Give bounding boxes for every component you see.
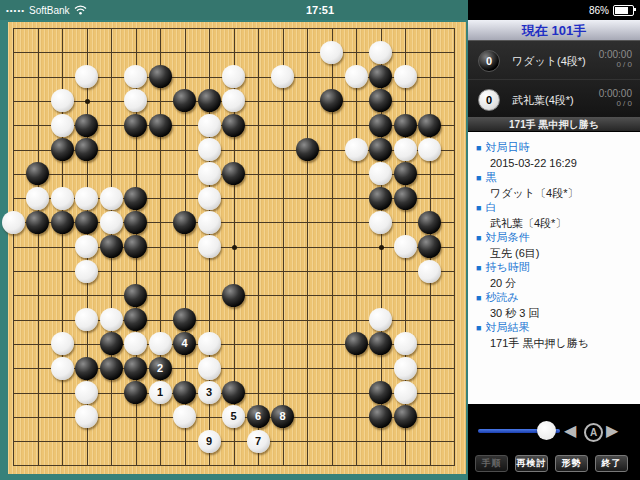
info-label: ■黒 <box>468 170 640 186</box>
star-point <box>85 99 90 104</box>
slider-thumb[interactable] <box>537 421 556 440</box>
stone-white <box>26 187 49 210</box>
info-label: ■対局条件 <box>468 230 640 246</box>
stone-black <box>394 405 417 428</box>
stone-black <box>173 211 196 234</box>
status-bar: ••••• SoftBank 17:51 86% <box>0 0 640 20</box>
black-player-periods: 0 / 0 <box>599 60 632 70</box>
grid-line <box>454 28 455 466</box>
stone-white <box>2 211 25 234</box>
signal-strength-icon: ••••• <box>6 6 25 15</box>
stone-black: 6 <box>247 405 270 428</box>
playback-controls: ◀ A ▶ 手順 再検討 形勢 終了 <box>468 404 640 480</box>
bullet-icon: ■ <box>476 143 481 153</box>
info-panel: 現在 101手 0 ワダット(4段*) 0:00:00 0 / 0 0 武礼葉(… <box>468 20 640 480</box>
grid-line <box>258 28 259 466</box>
stone-white <box>100 187 123 210</box>
bullet-icon: ■ <box>476 203 481 213</box>
stone-black <box>26 211 49 234</box>
stone-black <box>51 211 74 234</box>
bullet-icon: ■ <box>476 263 481 273</box>
info-value: ワダット〔4段*〕 <box>468 186 640 201</box>
stone-black <box>296 138 319 161</box>
stone-white <box>198 235 221 258</box>
move-slider[interactable] <box>478 429 560 433</box>
stone-black <box>26 162 49 185</box>
stone-white: 3 <box>198 381 221 404</box>
stone-white <box>51 187 74 210</box>
clock: 17:51 <box>0 0 640 20</box>
stone-white <box>173 405 196 428</box>
stone-white <box>369 211 392 234</box>
bullet-icon: ■ <box>476 233 481 243</box>
stone-black <box>100 332 123 355</box>
grid-line <box>283 28 284 466</box>
stone-black <box>173 381 196 404</box>
review-button[interactable]: 再検討 <box>515 455 548 472</box>
info-value: 武礼葉〔4段*〕 <box>468 216 640 231</box>
stone-black <box>100 235 123 258</box>
battery-percent: 86% <box>589 5 609 16</box>
stone-white: 7 <box>247 430 270 453</box>
stone-black <box>369 405 392 428</box>
exit-button[interactable]: 終了 <box>595 455 628 472</box>
stone-white <box>124 89 147 112</box>
app-screen: ••••• SoftBank 17:51 86% 421356897 現在 10… <box>0 0 640 480</box>
stone-black <box>222 114 245 137</box>
stone-black <box>320 89 343 112</box>
info-value: 30 秒 3 回 <box>468 306 640 321</box>
stone-black <box>124 187 147 210</box>
white-player-name: 武礼葉(4段*) <box>512 93 574 108</box>
stone-black <box>124 235 147 258</box>
stone-black <box>75 357 98 380</box>
result-bar: 171手 黒中押し勝ち <box>468 117 640 132</box>
white-player-time: 0:00:00 <box>599 88 632 99</box>
game-info-list: ■対局日時 2015-03-22 16:29 ■黒 ワダット〔4段*〕 ■白 武… <box>468 132 640 404</box>
stone-white <box>75 235 98 258</box>
bullet-icon: ■ <box>476 323 481 333</box>
stone-black <box>51 138 74 161</box>
black-player-name: ワダット(4段*) <box>512 54 586 69</box>
info-label: ■秒読み <box>468 290 640 306</box>
stone-black <box>369 89 392 112</box>
board-margin: 421356897 <box>0 20 468 480</box>
stone-white <box>320 41 343 64</box>
grid-line <box>307 28 308 466</box>
stone-black <box>418 211 441 234</box>
moves-list-button[interactable]: 手順 <box>475 455 508 472</box>
info-label: ■白 <box>468 200 640 216</box>
stone-black <box>345 332 368 355</box>
stone-white <box>51 357 74 380</box>
stone-white <box>198 332 221 355</box>
grid-line <box>356 28 357 466</box>
black-captures-badge: 0 <box>478 50 500 72</box>
stone-black <box>369 65 392 88</box>
stone-black <box>75 114 98 137</box>
info-label: ■対局日時 <box>468 140 640 156</box>
star-point <box>379 245 384 250</box>
stone-white <box>198 357 221 380</box>
stone-black <box>75 138 98 161</box>
stone-white <box>369 308 392 331</box>
stone-white <box>198 162 221 185</box>
stone-white <box>394 138 417 161</box>
stone-black <box>394 162 417 185</box>
stone-white <box>369 162 392 185</box>
stone-white <box>198 114 221 137</box>
stone-black: 4 <box>173 332 196 355</box>
stone-white <box>75 260 98 283</box>
auto-play-button[interactable]: A <box>584 423 603 442</box>
stone-black <box>369 332 392 355</box>
stone-black <box>369 187 392 210</box>
stone-white <box>75 381 98 404</box>
battery-icon <box>613 5 634 16</box>
stone-white <box>75 187 98 210</box>
stone-white <box>198 187 221 210</box>
stone-black <box>198 89 221 112</box>
stone-white <box>222 65 245 88</box>
stone-black <box>369 381 392 404</box>
stone-white <box>222 89 245 112</box>
player-row-black: 0 ワダット(4段*) 0:00:00 0 / 0 <box>468 41 640 79</box>
stone-black <box>124 211 147 234</box>
stone-white <box>394 235 417 258</box>
stone-white <box>75 308 98 331</box>
stone-white <box>75 65 98 88</box>
stone-white <box>198 138 221 161</box>
stone-black <box>149 65 172 88</box>
bullet-icon: ■ <box>476 173 481 183</box>
stone-white <box>394 357 417 380</box>
stone-white <box>345 138 368 161</box>
stone-black <box>124 357 147 380</box>
stone-white <box>418 138 441 161</box>
stone-white <box>100 308 123 331</box>
black-player-time: 0:00:00 <box>599 49 632 60</box>
info-label: ■持ち時間 <box>468 260 640 276</box>
stone-white <box>345 65 368 88</box>
info-value: 2015-03-22 16:29 <box>468 156 640 171</box>
stone-black <box>222 381 245 404</box>
stone-white <box>51 332 74 355</box>
score-estimate-button[interactable]: 形勢 <box>555 455 588 472</box>
stone-black <box>100 357 123 380</box>
stone-black <box>124 308 147 331</box>
carrier-label: SoftBank <box>29 5 70 16</box>
stone-black <box>222 284 245 307</box>
bullet-icon: ■ <box>476 293 481 303</box>
stone-black <box>369 114 392 137</box>
stone-white <box>75 405 98 428</box>
stone-black <box>173 308 196 331</box>
stone-white <box>394 65 417 88</box>
stone-black <box>173 89 196 112</box>
stone-white <box>394 332 417 355</box>
stone-white <box>124 65 147 88</box>
stone-white: 9 <box>198 430 221 453</box>
stone-white: 1 <box>149 381 172 404</box>
players-section: 0 ワダット(4段*) 0:00:00 0 / 0 0 武礼葉(4段*) 0:0… <box>468 41 640 117</box>
stone-white <box>100 211 123 234</box>
info-value: 互先 (6目) <box>468 246 640 261</box>
stone-black <box>394 114 417 137</box>
info-value: 171手 黒中押し勝ち <box>468 336 640 351</box>
stone-white <box>394 381 417 404</box>
stone-white: 5 <box>222 405 245 428</box>
stone-white <box>198 211 221 234</box>
move-counter-header: 現在 101手 <box>468 20 640 41</box>
grid-line <box>13 441 455 442</box>
wifi-icon <box>74 5 87 15</box>
stone-white <box>149 332 172 355</box>
stone-black <box>124 284 147 307</box>
stone-black <box>418 235 441 258</box>
stone-white <box>369 41 392 64</box>
info-value: 20 分 <box>468 276 640 291</box>
stone-black <box>149 114 172 137</box>
stone-black: 2 <box>149 357 172 380</box>
white-player-periods: 0 / 0 <box>599 99 632 109</box>
stone-black: 8 <box>271 405 294 428</box>
stone-white <box>418 260 441 283</box>
white-captures-badge: 0 <box>478 89 500 111</box>
grid-line <box>13 465 455 466</box>
star-point <box>232 245 237 250</box>
stone-black <box>418 114 441 137</box>
stone-white <box>124 332 147 355</box>
stone-white <box>51 89 74 112</box>
stone-black <box>75 211 98 234</box>
info-label: ■対局結果 <box>468 320 640 336</box>
stone-white <box>271 65 294 88</box>
stone-black <box>124 114 147 137</box>
player-row-white: 0 武礼葉(4段*) 0:00:00 0 / 0 <box>468 79 640 118</box>
go-board[interactable]: 421356897 <box>8 22 466 474</box>
stone-black <box>124 381 147 404</box>
stone-black <box>369 138 392 161</box>
stone-black <box>222 162 245 185</box>
stone-white <box>51 114 74 137</box>
prev-move-button[interactable]: ◀ <box>564 421 576 441</box>
next-move-button[interactable]: ▶ <box>606 421 618 441</box>
stone-black <box>394 187 417 210</box>
